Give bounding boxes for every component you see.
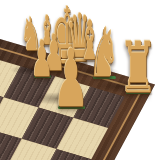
chess-set-photo: ♝♚♞♛♝♞♟♟♜♟: [0, 0, 160, 160]
white-pawn-front[interactable]: ♟: [53, 39, 89, 119]
white-pawn-left[interactable]: ♟: [31, 34, 53, 84]
white-knight-right[interactable]: ♞: [89, 19, 119, 87]
pieces-layer: ♝♚♞♛♝♞♟♟♜♟: [0, 0, 160, 160]
white-rook[interactable]: ♜: [119, 33, 158, 103]
